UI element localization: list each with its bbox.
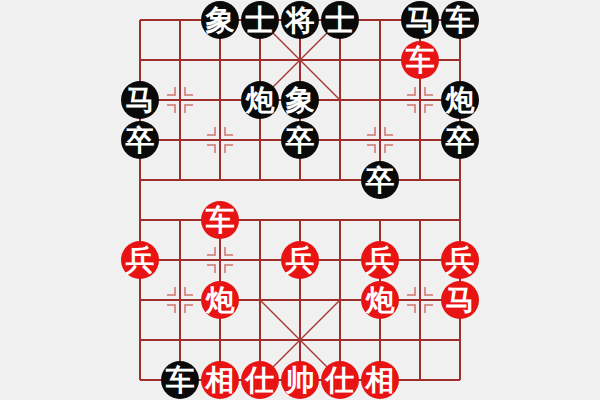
piece-red-cannon[interactable]: 炮	[201, 281, 239, 319]
piece-black-pawn[interactable]: 卒	[121, 121, 159, 159]
piece-black-elephant[interactable]: 象	[281, 81, 319, 119]
piece-black-horse[interactable]: 马	[401, 1, 439, 39]
piece-red-elephant[interactable]: 相	[201, 361, 239, 399]
piece-red-advisor[interactable]: 仕	[241, 361, 279, 399]
piece-black-pawn[interactable]: 卒	[441, 121, 479, 159]
piece-red-pawn[interactable]: 兵	[361, 241, 399, 279]
piece-black-horse[interactable]: 马	[121, 81, 159, 119]
piece-red-king[interactable]: 帅	[281, 361, 319, 399]
piece-black-advisor[interactable]: 士	[241, 1, 279, 39]
piece-black-chariot[interactable]: 车	[161, 361, 199, 399]
piece-red-chariot[interactable]: 车	[201, 201, 239, 239]
piece-black-pawn[interactable]: 卒	[361, 161, 399, 199]
piece-red-pawn[interactable]: 兵	[441, 241, 479, 279]
piece-red-chariot[interactable]: 车	[401, 41, 439, 79]
piece-black-king[interactable]: 将	[281, 1, 319, 39]
piece-red-cannon[interactable]: 炮	[361, 281, 399, 319]
piece-black-advisor[interactable]: 士	[321, 1, 359, 39]
piece-red-pawn[interactable]: 兵	[281, 241, 319, 279]
xiangqi-board[interactable]: 象士将士马车车马炮象炮卒卒卒卒车兵兵兵兵炮炮马车相仕帅仕相	[0, 0, 600, 400]
piece-red-pawn[interactable]: 兵	[121, 241, 159, 279]
piece-black-cannon[interactable]: 炮	[241, 81, 279, 119]
piece-black-chariot[interactable]: 车	[441, 1, 479, 39]
piece-black-elephant[interactable]: 象	[201, 1, 239, 39]
piece-red-horse[interactable]: 马	[441, 281, 479, 319]
piece-red-elephant[interactable]: 相	[361, 361, 399, 399]
piece-red-advisor[interactable]: 仕	[321, 361, 359, 399]
piece-black-pawn[interactable]: 卒	[281, 121, 319, 159]
pieces-grid: 象士将士马车车马炮象炮卒卒卒卒车兵兵兵兵炮炮马车相仕帅仕相	[120, 0, 480, 400]
piece-black-cannon[interactable]: 炮	[441, 81, 479, 119]
